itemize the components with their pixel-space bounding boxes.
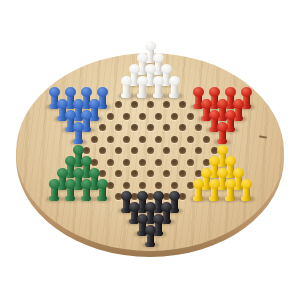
board-hole[interactable] xyxy=(91,136,98,143)
peg-head xyxy=(145,225,156,235)
board-cell xyxy=(186,157,194,169)
peg-green[interactable] xyxy=(97,179,108,201)
peg-head xyxy=(137,76,148,86)
board-hole[interactable] xyxy=(91,159,98,166)
board-hole[interactable] xyxy=(107,136,114,143)
board-cell xyxy=(106,157,114,169)
peg-head xyxy=(65,156,76,166)
peg-yellow[interactable] xyxy=(225,179,236,201)
board-cell xyxy=(106,134,114,146)
peg-head xyxy=(89,99,100,109)
chinese-checkers-scene xyxy=(0,0,300,300)
peg-head xyxy=(81,156,92,166)
board-hole[interactable] xyxy=(155,182,162,189)
board-cell xyxy=(90,134,98,146)
board-hole[interactable] xyxy=(179,170,186,177)
board-hole[interactable] xyxy=(163,101,170,108)
peg-head xyxy=(81,87,92,97)
board-hole[interactable] xyxy=(195,147,202,154)
peg-foot xyxy=(49,196,59,201)
board-cell xyxy=(194,122,202,134)
board-cell xyxy=(170,157,178,169)
board-cell xyxy=(226,191,234,203)
board-hole[interactable] xyxy=(171,182,178,189)
peg-head xyxy=(145,41,156,51)
board-hole[interactable] xyxy=(123,159,130,166)
peg-foot xyxy=(121,93,131,98)
board-cell xyxy=(170,88,178,100)
peg-head xyxy=(97,179,108,189)
board-hole[interactable] xyxy=(171,136,178,143)
peg-head xyxy=(129,64,140,74)
peg-head xyxy=(57,99,68,109)
peg-white[interactable] xyxy=(169,76,180,98)
peg-red[interactable] xyxy=(217,122,228,144)
peg-foot xyxy=(73,139,83,144)
board-cell xyxy=(170,180,178,192)
board-cell xyxy=(74,134,82,146)
board-hole[interactable] xyxy=(139,159,146,166)
board-hole[interactable] xyxy=(123,182,130,189)
board-hole[interactable] xyxy=(179,124,186,131)
board-cell xyxy=(242,191,250,203)
peg-head xyxy=(225,87,236,97)
board-cell xyxy=(130,99,138,111)
peg-head xyxy=(225,179,236,189)
peg-head xyxy=(153,214,164,224)
board-cell xyxy=(138,157,146,169)
peg-head xyxy=(153,191,164,201)
board-cell xyxy=(186,134,194,146)
board-hole[interactable] xyxy=(131,170,138,177)
peg-head xyxy=(145,64,156,74)
peg-head xyxy=(129,202,140,212)
board-cell xyxy=(122,134,130,146)
board-cell xyxy=(146,168,154,180)
board-cell xyxy=(130,145,138,157)
board-cell xyxy=(194,191,202,203)
board-cell xyxy=(178,168,186,180)
board-hole[interactable] xyxy=(115,147,122,154)
board-hole[interactable] xyxy=(123,113,130,120)
board-cell xyxy=(146,237,154,249)
peg-head xyxy=(65,110,76,120)
peg-head xyxy=(225,110,236,120)
peg-head xyxy=(137,214,148,224)
peg-head xyxy=(57,168,68,178)
board-cell xyxy=(162,168,170,180)
peg-foot xyxy=(169,93,179,98)
board-cell xyxy=(98,122,106,134)
peg-foot xyxy=(209,196,219,201)
board-cell xyxy=(178,99,186,111)
board-cell xyxy=(98,145,106,157)
board-cell xyxy=(162,145,170,157)
peg-head xyxy=(169,191,180,201)
board-hole[interactable] xyxy=(99,124,106,131)
peg-head xyxy=(73,99,84,109)
board-hole[interactable] xyxy=(107,159,114,166)
board-hole[interactable] xyxy=(147,147,154,154)
board-hole[interactable] xyxy=(139,136,146,143)
board-cell xyxy=(162,99,170,111)
board-hole[interactable] xyxy=(155,159,162,166)
board-hole[interactable] xyxy=(123,136,130,143)
board-hole[interactable] xyxy=(187,159,194,166)
board-cell xyxy=(138,88,146,100)
peg-foot xyxy=(217,139,227,144)
peg-head xyxy=(145,202,156,212)
board-hole[interactable] xyxy=(115,101,122,108)
peg-head xyxy=(137,53,148,63)
peg-head xyxy=(201,168,212,178)
board-cell xyxy=(106,111,114,123)
peg-green[interactable] xyxy=(65,179,76,201)
board-cell xyxy=(98,191,106,203)
board-cell xyxy=(202,134,210,146)
peg-head xyxy=(153,76,164,86)
peg-head xyxy=(137,191,148,201)
peg-foot xyxy=(97,196,107,201)
board-hole[interactable] xyxy=(131,101,138,108)
peg-head xyxy=(49,87,60,97)
peg-head xyxy=(73,122,84,132)
board-cell xyxy=(146,99,154,111)
board-cell xyxy=(138,180,146,192)
board-cell xyxy=(114,122,122,134)
peg-foot xyxy=(193,196,203,201)
board-cell xyxy=(138,111,146,123)
board-cell xyxy=(138,134,146,146)
peg-head xyxy=(97,87,108,97)
peg-head xyxy=(49,179,60,189)
board-cell xyxy=(66,191,74,203)
peg-head xyxy=(233,168,244,178)
peg-head xyxy=(73,168,84,178)
peg-black[interactable] xyxy=(145,225,156,247)
board-cell xyxy=(122,111,130,123)
board-cell xyxy=(170,134,178,146)
peg-head xyxy=(225,156,236,166)
peg-foot xyxy=(65,196,75,201)
board-cell xyxy=(122,88,130,100)
board-hole[interactable] xyxy=(147,124,154,131)
board-cell xyxy=(154,88,162,100)
peg-foot xyxy=(137,93,147,98)
board-hole[interactable] xyxy=(179,101,186,108)
peg-foot xyxy=(153,93,163,98)
peg-head xyxy=(73,145,84,155)
peg-yellow[interactable] xyxy=(241,179,252,201)
peg-white[interactable] xyxy=(153,76,164,98)
board-hole[interactable] xyxy=(187,113,194,120)
peg-head xyxy=(217,122,228,132)
board-hole[interactable] xyxy=(139,113,146,120)
peg-green[interactable] xyxy=(49,179,60,201)
board-cell xyxy=(146,145,154,157)
board-hole[interactable] xyxy=(115,170,122,177)
board-hole[interactable] xyxy=(131,124,138,131)
board-cell xyxy=(170,111,178,123)
board-hole[interactable] xyxy=(99,170,106,177)
peg-green[interactable] xyxy=(81,179,92,201)
peg-foot xyxy=(145,242,155,247)
board-cell xyxy=(154,180,162,192)
peg-head xyxy=(89,168,100,178)
peg-head xyxy=(209,87,220,97)
peg-head xyxy=(217,168,228,178)
peg-head xyxy=(121,191,132,201)
board-hole[interactable] xyxy=(139,182,146,189)
board-hole[interactable] xyxy=(83,147,90,154)
peg-head xyxy=(233,99,244,109)
board-cell xyxy=(114,99,122,111)
board-cell xyxy=(218,134,226,146)
peg-head xyxy=(209,110,220,120)
board-cell xyxy=(114,168,122,180)
peg-head xyxy=(153,53,164,63)
board-cell xyxy=(154,134,162,146)
peg-head xyxy=(193,87,204,97)
board-hole[interactable] xyxy=(155,113,162,120)
board-hole[interactable] xyxy=(99,147,106,154)
board-hole[interactable] xyxy=(171,113,178,120)
board-cell xyxy=(50,191,58,203)
peg-yellow[interactable] xyxy=(209,179,220,201)
peg-head xyxy=(121,76,132,86)
peg-head xyxy=(201,99,212,109)
peg-head xyxy=(217,145,228,155)
board-cell xyxy=(186,111,194,123)
board-hole[interactable] xyxy=(203,136,210,143)
peg-head xyxy=(193,179,204,189)
peg-head xyxy=(241,87,252,97)
board-cell xyxy=(130,168,138,180)
peg-foot xyxy=(81,196,91,201)
board-hole[interactable] xyxy=(163,170,170,177)
board-cell xyxy=(210,191,218,203)
board-hole[interactable] xyxy=(179,193,186,200)
board-grid xyxy=(50,53,250,249)
peg-head xyxy=(217,99,228,109)
peg-head xyxy=(65,87,76,97)
board-cell xyxy=(122,180,130,192)
peg-head xyxy=(81,179,92,189)
board-cell xyxy=(194,145,202,157)
board-hole[interactable] xyxy=(179,147,186,154)
board-hole[interactable] xyxy=(107,182,114,189)
board-cell xyxy=(82,191,90,203)
board-hole[interactable] xyxy=(131,147,138,154)
board-cell xyxy=(178,145,186,157)
peg-head xyxy=(161,202,172,212)
peg-head xyxy=(65,179,76,189)
board-hole[interactable] xyxy=(107,113,114,120)
board-hole[interactable] xyxy=(155,136,162,143)
board-cell xyxy=(178,122,186,134)
board-cell xyxy=(146,122,154,134)
peg-head xyxy=(169,76,180,86)
board-hole[interactable] xyxy=(163,147,170,154)
peg-foot xyxy=(225,196,235,201)
peg-white[interactable] xyxy=(121,76,132,98)
board-hole[interactable] xyxy=(115,124,122,131)
board-cell xyxy=(114,145,122,157)
peg-yellow[interactable] xyxy=(193,179,204,201)
board-hole[interactable] xyxy=(163,124,170,131)
board-hole[interactable] xyxy=(187,136,194,143)
peg-head xyxy=(161,64,172,74)
peg-head xyxy=(209,156,220,166)
board-cell xyxy=(162,122,170,134)
board-cell xyxy=(122,157,130,169)
board-cell xyxy=(130,122,138,134)
board-hole[interactable] xyxy=(147,170,154,177)
board-cell xyxy=(154,157,162,169)
board-hole[interactable] xyxy=(147,101,154,108)
board-cell xyxy=(154,111,162,123)
peg-blue[interactable] xyxy=(73,122,84,144)
peg-head xyxy=(209,179,220,189)
peg-head xyxy=(81,110,92,120)
board-hole[interactable] xyxy=(195,124,202,131)
peg-foot xyxy=(241,196,251,201)
peg-white[interactable] xyxy=(137,76,148,98)
board-hole[interactable] xyxy=(171,159,178,166)
peg-head xyxy=(241,179,252,189)
